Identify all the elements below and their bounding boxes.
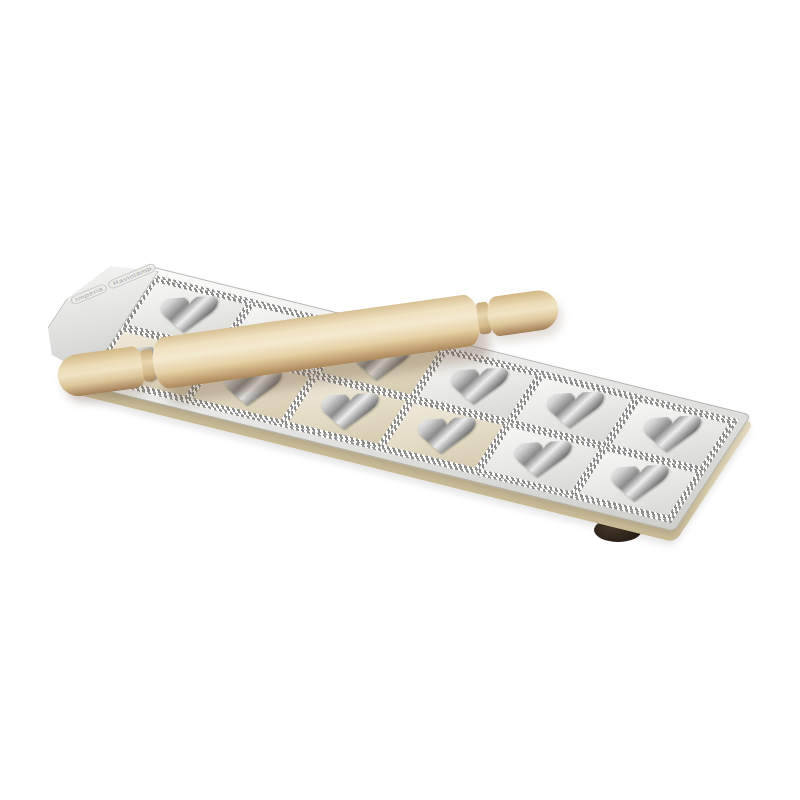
heart-cavity: ♥ [502, 440, 581, 479]
heart-cavity: ♥ [308, 392, 387, 431]
heart-cavity: ♥ [405, 416, 484, 455]
heart-cavity: ♥ [598, 464, 677, 503]
rolling-pin-right-handle [485, 288, 561, 337]
heart-cavity: ♥ [631, 414, 710, 453]
rolling-pin-left-handle [55, 345, 148, 399]
heart-cavity: ♥ [534, 390, 613, 429]
heart-cavity: ♥ [147, 295, 226, 334]
heart-cavity: ♥ [437, 366, 516, 405]
product-scene: Imperia Raviolamp ♥ ♥ ♥ ♥ ♥ ♥ ♥ ♥ ♥ ♥ ♥ … [0, 0, 800, 800]
